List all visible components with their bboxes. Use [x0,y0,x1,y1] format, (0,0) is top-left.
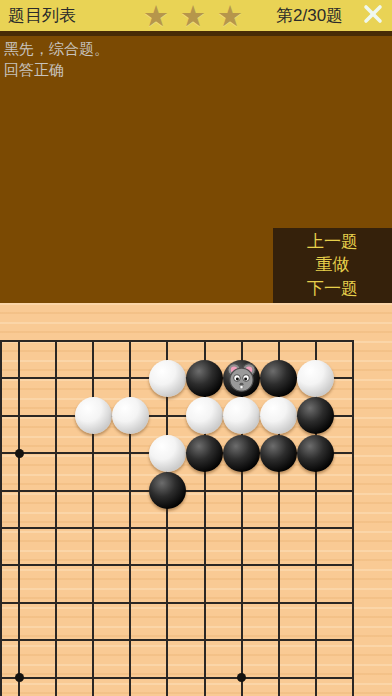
grid-line-vertical [55,340,57,696]
nav-panel: 上一题 重做 下一题 [273,228,392,303]
grid-line-horizontal [0,527,354,529]
black-stone [260,435,297,472]
white-stone [186,397,223,434]
grid-line-horizontal [0,677,354,679]
grid-line-vertical [18,340,20,696]
topbar-divider [0,31,392,36]
black-stone [297,435,334,472]
black-stone [186,435,223,472]
problem-list-button[interactable]: 题目列表 [8,0,76,31]
next-problem-button[interactable]: 下一题 [307,278,358,300]
puzzle-task-text: 黑先，综合题。 [4,38,109,59]
black-stone [260,360,297,397]
white-stone [297,360,334,397]
grid-line-horizontal [0,340,354,342]
close-button[interactable] [360,3,386,29]
star-point [15,673,24,682]
answer-status-text: 回答正确 [4,59,109,80]
grid-line-horizontal [0,602,354,604]
grid-line-vertical [129,340,131,696]
black-stone [223,435,260,472]
white-stone [260,397,297,434]
grid-line-horizontal [0,564,354,566]
white-stone [223,397,260,434]
previous-problem-button[interactable]: 上一题 [307,231,358,253]
top-bar: 题目列表 ★★★ 第2/30题 [0,0,392,31]
white-stone [149,360,186,397]
go-board[interactable] [0,303,392,696]
problem-counter: 第2/30题 [276,0,343,31]
white-stone [75,397,112,434]
close-icon [362,3,384,29]
mouse-marker-stone [223,360,260,397]
grid-line-vertical [92,340,94,696]
redo-button[interactable]: 重做 [316,254,350,276]
star-point [237,673,246,682]
star-point [15,449,24,458]
white-stone [112,397,149,434]
grid-line-horizontal [0,639,354,641]
grid-line-vertical [352,340,354,696]
black-stone [186,360,223,397]
star-rating-icons: ★★★ [143,0,254,31]
puzzle-prompt: 黑先，综合题。 回答正确 [4,38,109,80]
black-stone [297,397,334,434]
grid-line-vertical-clipped [0,340,2,696]
black-stone [149,472,186,509]
white-stone [149,435,186,472]
